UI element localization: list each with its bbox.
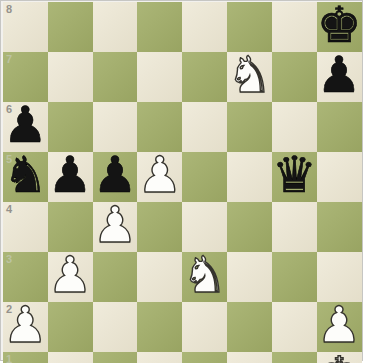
square-g5[interactable]: ♛: [272, 152, 317, 202]
square-e1[interactable]: e: [182, 352, 227, 363]
rank-label-8: 8: [6, 4, 12, 15]
rank-label-7: 7: [6, 54, 12, 65]
piece-black-pawn-c5[interactable]: ♟: [93, 150, 138, 200]
square-c8[interactable]: [93, 2, 138, 52]
square-c3[interactable]: [93, 252, 138, 302]
square-f3[interactable]: [227, 252, 272, 302]
square-c6[interactable]: [93, 102, 138, 152]
square-e8[interactable]: [182, 2, 227, 52]
square-e5[interactable]: [182, 152, 227, 202]
square-g4[interactable]: [272, 202, 317, 252]
square-h2[interactable]: ♟: [317, 302, 362, 352]
square-d8[interactable]: [137, 2, 182, 52]
square-d4[interactable]: [137, 202, 182, 252]
square-b5[interactable]: ♟: [48, 152, 93, 202]
square-h7[interactable]: ♟: [317, 52, 362, 102]
square-c5[interactable]: ♟: [93, 152, 138, 202]
square-h3[interactable]: [317, 252, 362, 302]
piece-black-king-h8[interactable]: ♚: [317, 0, 362, 50]
square-a8[interactable]: 8: [3, 2, 48, 52]
square-e2[interactable]: [182, 302, 227, 352]
chess-board: 8♚7♞♟6♟5♞♟♟♟♛4♟3♟♞2♟♟1abcdefgh♚: [3, 2, 360, 358]
square-h6[interactable]: [317, 102, 362, 152]
piece-white-king-h1[interactable]: ♚: [317, 350, 362, 363]
square-b6[interactable]: [48, 102, 93, 152]
piece-white-pawn-a2[interactable]: ♟: [3, 300, 48, 350]
piece-black-knight-a5[interactable]: ♞: [3, 150, 48, 200]
square-a1[interactable]: 1a: [3, 352, 48, 363]
piece-white-pawn-h2[interactable]: ♟: [317, 300, 362, 350]
square-g8[interactable]: [272, 2, 317, 52]
square-h4[interactable]: [317, 202, 362, 252]
square-b8[interactable]: [48, 2, 93, 52]
piece-black-queen-g5[interactable]: ♛: [272, 150, 317, 200]
piece-black-pawn-b5[interactable]: ♟: [48, 150, 93, 200]
square-e4[interactable]: [182, 202, 227, 252]
square-e6[interactable]: [182, 102, 227, 152]
square-a5[interactable]: 5♞: [3, 152, 48, 202]
square-c1[interactable]: c: [93, 352, 138, 363]
square-f5[interactable]: [227, 152, 272, 202]
square-d7[interactable]: [137, 52, 182, 102]
square-a6[interactable]: 6♟: [3, 102, 48, 152]
square-f7[interactable]: ♞: [227, 52, 272, 102]
square-a4[interactable]: 4: [3, 202, 48, 252]
square-b7[interactable]: [48, 52, 93, 102]
square-a3[interactable]: 3: [3, 252, 48, 302]
square-d1[interactable]: d: [137, 352, 182, 363]
square-d2[interactable]: [137, 302, 182, 352]
square-b1[interactable]: b: [48, 352, 93, 363]
square-c2[interactable]: [93, 302, 138, 352]
square-g3[interactable]: [272, 252, 317, 302]
piece-white-pawn-d5[interactable]: ♟: [137, 150, 182, 200]
piece-white-knight-e3[interactable]: ♞: [182, 250, 227, 300]
square-f4[interactable]: [227, 202, 272, 252]
rank-label-3: 3: [6, 254, 12, 265]
board-frame: 8♚7♞♟6♟5♞♟♟♟♛4♟3♟♞2♟♟1abcdefgh♚: [0, 0, 363, 361]
square-c4[interactable]: ♟: [93, 202, 138, 252]
square-f8[interactable]: [227, 2, 272, 52]
square-d6[interactable]: [137, 102, 182, 152]
square-d5[interactable]: ♟: [137, 152, 182, 202]
rank-label-1: 1: [6, 354, 12, 363]
square-g6[interactable]: [272, 102, 317, 152]
square-f1[interactable]: f: [227, 352, 272, 363]
piece-white-knight-f7[interactable]: ♞: [227, 50, 272, 100]
square-f2[interactable]: [227, 302, 272, 352]
square-e7[interactable]: [182, 52, 227, 102]
piece-white-pawn-b3[interactable]: ♟: [48, 250, 93, 300]
piece-black-pawn-a6[interactable]: ♟: [3, 100, 48, 150]
square-a7[interactable]: 7: [3, 52, 48, 102]
square-a2[interactable]: 2♟: [3, 302, 48, 352]
square-c7[interactable]: [93, 52, 138, 102]
square-g2[interactable]: [272, 302, 317, 352]
square-b4[interactable]: [48, 202, 93, 252]
piece-black-pawn-h7[interactable]: ♟: [317, 50, 362, 100]
square-h5[interactable]: [317, 152, 362, 202]
rank-label-4: 4: [6, 204, 12, 215]
square-h8[interactable]: ♚: [317, 2, 362, 52]
square-b3[interactable]: ♟: [48, 252, 93, 302]
square-f6[interactable]: [227, 102, 272, 152]
square-g1[interactable]: g: [272, 352, 317, 363]
square-d3[interactable]: [137, 252, 182, 302]
piece-white-pawn-c4[interactable]: ♟: [93, 200, 138, 250]
square-e3[interactable]: ♞: [182, 252, 227, 302]
square-b2[interactable]: [48, 302, 93, 352]
square-h1[interactable]: h♚: [317, 352, 362, 363]
square-g7[interactable]: [272, 52, 317, 102]
